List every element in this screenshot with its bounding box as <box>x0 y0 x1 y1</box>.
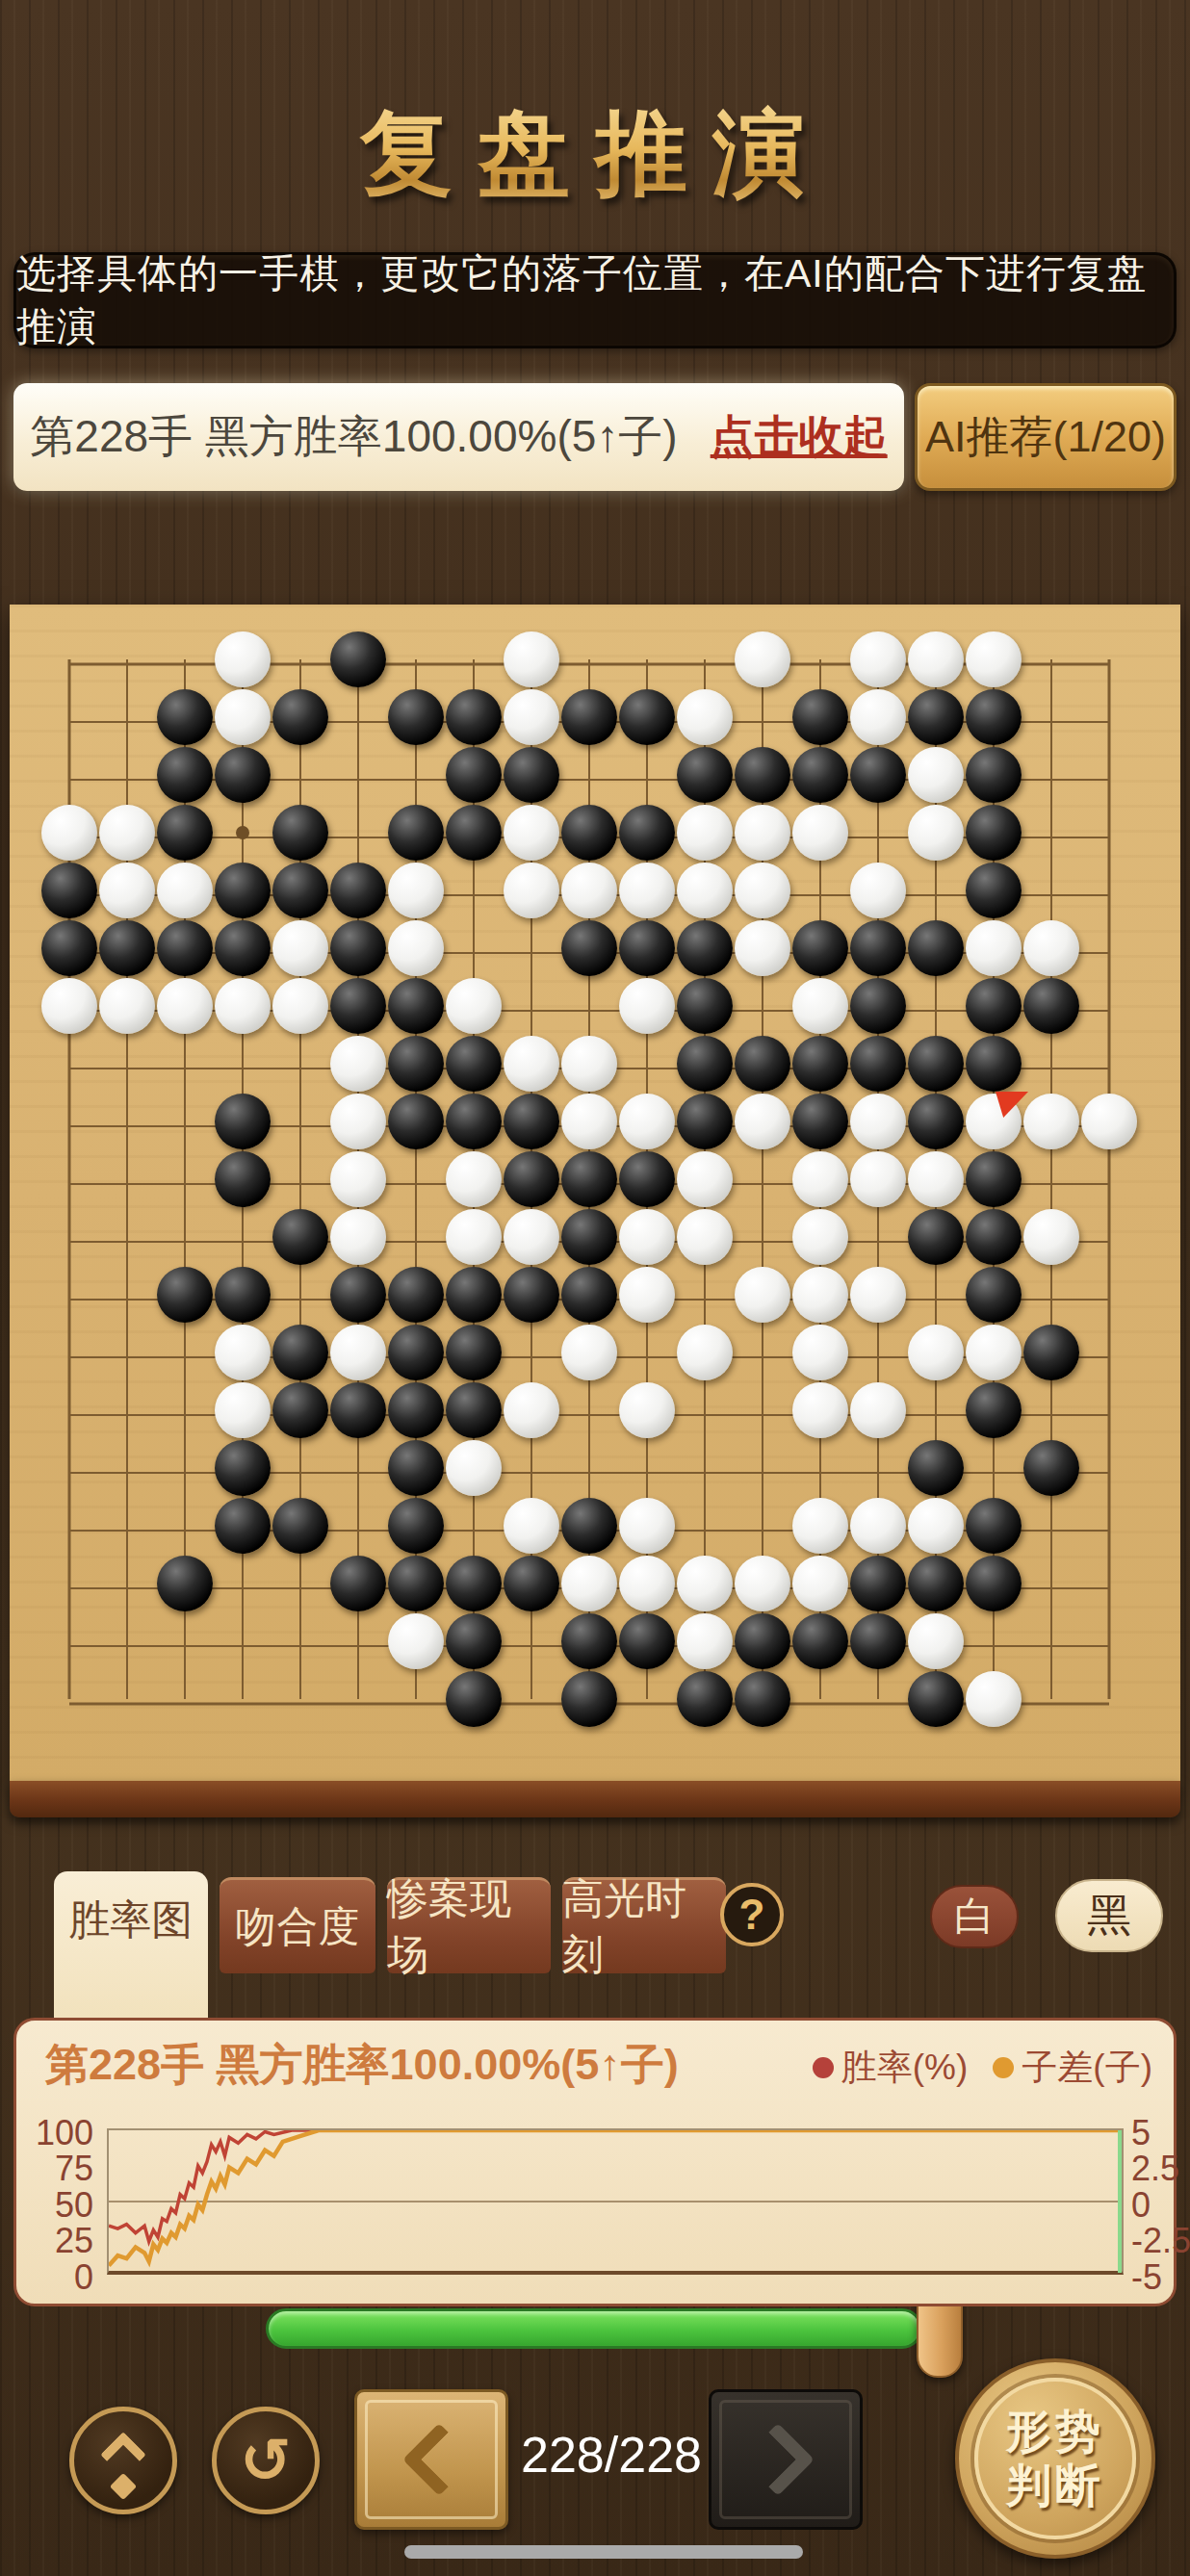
stone-black[interactable] <box>504 1151 559 1207</box>
stone-black[interactable] <box>272 1498 328 1554</box>
stone-black[interactable] <box>330 863 386 918</box>
tab-disaster-scene[interactable]: 惨案现场 <box>387 1877 551 1973</box>
stone-white[interactable] <box>966 1671 1022 1727</box>
stone-black[interactable] <box>561 920 617 976</box>
stone-white[interactable] <box>735 863 790 918</box>
stone-black[interactable] <box>330 1267 386 1323</box>
stone-black[interactable] <box>157 1556 213 1611</box>
situation-judge-button[interactable]: 形势 判断 <box>955 2358 1155 2559</box>
stone-black[interactable] <box>561 1613 617 1669</box>
stone-white[interactable] <box>792 978 848 1034</box>
black-side-button[interactable]: 黑 <box>1055 1879 1163 1952</box>
stone-white[interactable] <box>446 978 502 1034</box>
stone-white[interactable] <box>446 1209 502 1265</box>
stone-white[interactable] <box>561 1094 617 1149</box>
stone-black[interactable] <box>908 689 964 745</box>
restart-button[interactable]: ↺ <box>212 2407 320 2514</box>
stone-white[interactable] <box>1023 1209 1079 1265</box>
stone-white[interactable] <box>388 920 444 976</box>
stone-black[interactable] <box>446 1325 502 1380</box>
stone-white[interactable] <box>619 978 675 1034</box>
stone-black[interactable] <box>388 978 444 1034</box>
stone-white[interactable] <box>908 1325 964 1380</box>
stone-white[interactable] <box>677 863 733 918</box>
stone-black[interactable] <box>330 978 386 1034</box>
stone-white[interactable] <box>157 863 213 918</box>
series-winrate <box>109 2130 1122 2241</box>
stone-white[interactable] <box>99 863 155 918</box>
stone-black[interactable] <box>850 978 906 1034</box>
stone-white[interactable] <box>735 805 790 861</box>
stone-black[interactable] <box>446 1036 502 1092</box>
stone-black[interactable] <box>388 1267 444 1323</box>
stone-white[interactable] <box>735 1556 790 1611</box>
stone-white[interactable] <box>215 631 271 687</box>
stone-black[interactable] <box>330 1556 386 1611</box>
status-box: 第228手 黑方胜率100.00%(5↑子) 点击收起 <box>13 383 904 491</box>
stone-black[interactable] <box>677 978 733 1034</box>
stone-white[interactable] <box>619 863 675 918</box>
stone-white[interactable] <box>504 689 559 745</box>
stone-white[interactable] <box>792 1325 848 1380</box>
stone-white[interactable] <box>619 1556 675 1611</box>
stone-black[interactable] <box>215 1267 271 1323</box>
stone-white[interactable] <box>504 1209 559 1265</box>
stone-white[interactable] <box>157 978 213 1034</box>
stone-black[interactable] <box>850 1036 906 1092</box>
stone-black[interactable] <box>446 747 502 803</box>
instruction-text: 选择具体的一手棋，更改它的落子位置，在AI的配合下进行复盘推演 <box>16 247 1174 353</box>
status-row: 第228手 黑方胜率100.00%(5↑子) 点击收起 AI推荐(1/20) <box>13 383 1177 491</box>
stone-white[interactable] <box>792 1267 848 1323</box>
stone-black[interactable] <box>735 1671 790 1727</box>
stone-white[interactable] <box>677 805 733 861</box>
stone-black[interactable] <box>272 1382 328 1438</box>
stone-black[interactable] <box>272 1325 328 1380</box>
stone-white[interactable] <box>850 1382 906 1438</box>
stone-black[interactable] <box>446 1382 502 1438</box>
stone-black[interactable] <box>388 1382 444 1438</box>
stone-white[interactable] <box>677 689 733 745</box>
winrate-plot[interactable] <box>107 2128 1124 2275</box>
stone-black[interactable] <box>504 1556 559 1611</box>
stone-black[interactable] <box>1023 978 1079 1034</box>
stone-black[interactable] <box>908 920 964 976</box>
stone-white[interactable] <box>850 863 906 918</box>
stone-black[interactable] <box>330 1382 386 1438</box>
stone-black[interactable] <box>908 1671 964 1727</box>
stone-black[interactable] <box>446 689 502 745</box>
stone-white[interactable] <box>561 1036 617 1092</box>
home-indicator[interactable] <box>404 2545 803 2559</box>
stone-white[interactable] <box>272 978 328 1034</box>
stone-black[interactable] <box>388 1094 444 1149</box>
stone-white[interactable] <box>1023 920 1079 976</box>
prev-move-button[interactable] <box>354 2389 508 2530</box>
stone-white[interactable] <box>504 1036 559 1092</box>
stone-black[interactable] <box>966 1556 1022 1611</box>
stone-black[interactable] <box>215 747 271 803</box>
chart-canvas <box>109 2130 1122 2273</box>
stone-white[interactable] <box>850 631 906 687</box>
stone-black[interactable] <box>1023 1440 1079 1496</box>
move-slider-track[interactable] <box>266 2308 922 2349</box>
stone-black[interactable] <box>677 1036 733 1092</box>
stone-black[interactable] <box>619 1613 675 1669</box>
stone-white[interactable] <box>504 1498 559 1554</box>
stone-white[interactable] <box>735 1267 790 1323</box>
stone-black[interactable] <box>561 1267 617 1323</box>
stone-black[interactable] <box>272 863 328 918</box>
stone-black[interactable] <box>157 920 213 976</box>
stone-black[interactable] <box>677 747 733 803</box>
scorediff-dot-icon <box>993 2057 1014 2078</box>
stone-white[interactable] <box>792 1382 848 1438</box>
help-icon[interactable]: ? <box>720 1883 784 1946</box>
stone-black[interactable] <box>619 1151 675 1207</box>
collapse-link[interactable]: 点击收起 <box>711 407 888 467</box>
stone-black[interactable] <box>850 1556 906 1611</box>
stone-black[interactable] <box>272 805 328 861</box>
stone-white[interactable] <box>966 920 1022 976</box>
stone-white[interactable] <box>41 805 97 861</box>
stone-black[interactable] <box>966 978 1022 1034</box>
stone-black[interactable] <box>388 1556 444 1611</box>
stone-black[interactable] <box>850 920 906 976</box>
stone-black[interactable] <box>561 1209 617 1265</box>
stone-white[interactable] <box>677 1209 733 1265</box>
stone-white[interactable] <box>966 631 1022 687</box>
stone-white[interactable] <box>850 1151 906 1207</box>
stone-black[interactable] <box>388 805 444 861</box>
stone-black[interactable] <box>504 1267 559 1323</box>
stone-black[interactable] <box>735 747 790 803</box>
goban-front-edge <box>10 1781 1180 1817</box>
stone-black[interactable] <box>157 689 213 745</box>
ai-suggest-button[interactable]: AI推荐(1/20) <box>915 383 1177 491</box>
chart-title: 第228手 黑方胜率100.00%(5↑子) <box>45 2036 679 2094</box>
stone-white[interactable] <box>388 1613 444 1669</box>
stone-black[interactable] <box>272 689 328 745</box>
stone-white[interactable] <box>561 1325 617 1380</box>
stone-white[interactable] <box>561 1556 617 1611</box>
stone-black[interactable] <box>908 1209 964 1265</box>
stone-black[interactable] <box>561 1498 617 1554</box>
tab-match-rate[interactable]: 吻合度 <box>220 1877 375 1973</box>
legend-winrate: 胜率(%) <box>813 2044 969 2092</box>
stone-black[interactable] <box>735 1036 790 1092</box>
stone-white[interactable] <box>330 1094 386 1149</box>
stone-black[interactable] <box>619 920 675 976</box>
stone-white[interactable] <box>272 920 328 976</box>
stone-white[interactable] <box>792 1151 848 1207</box>
stone-black[interactable] <box>215 1498 271 1554</box>
stone-black[interactable] <box>388 1036 444 1092</box>
stone-white[interactable] <box>99 805 155 861</box>
stone-black[interactable] <box>446 1556 502 1611</box>
stone-white[interactable] <box>908 1151 964 1207</box>
stone-black[interactable] <box>504 747 559 803</box>
stone-black[interactable] <box>446 1671 502 1727</box>
stone-white[interactable] <box>330 1036 386 1092</box>
stone-black[interactable] <box>677 1671 733 1727</box>
stone-black[interactable] <box>792 689 848 745</box>
stone-black[interactable] <box>966 805 1022 861</box>
tab-highlight-moment[interactable]: 高光时刻 <box>562 1877 726 1973</box>
goban[interactable] <box>10 605 1180 1781</box>
stone-black[interactable] <box>966 1498 1022 1554</box>
stone-black[interactable] <box>966 1382 1022 1438</box>
winrate-dot-icon <box>813 2057 834 2078</box>
stone-white[interactable] <box>619 1382 675 1438</box>
stone-black[interactable] <box>561 689 617 745</box>
stone-white[interactable] <box>1081 1094 1137 1149</box>
stone-white[interactable] <box>561 863 617 918</box>
stone-black[interactable] <box>792 920 848 976</box>
stone-white[interactable] <box>99 978 155 1034</box>
stone-black[interactable] <box>388 1440 444 1496</box>
stone-white[interactable] <box>1023 1094 1079 1149</box>
stone-black[interactable] <box>792 747 848 803</box>
stone-white[interactable] <box>330 1151 386 1207</box>
stone-black[interactable] <box>504 1094 559 1149</box>
winrate-panel: 第228手 黑方胜率100.00%(5↑子) 胜率(%) 子差(子) 10075… <box>13 2018 1177 2306</box>
stone-black[interactable] <box>850 1613 906 1669</box>
stone-white[interactable] <box>330 1325 386 1380</box>
stone-black[interactable] <box>330 631 386 687</box>
stone-black[interactable] <box>908 1094 964 1149</box>
stone-white[interactable] <box>850 1267 906 1323</box>
stone-white[interactable] <box>735 631 790 687</box>
stone-white[interactable] <box>850 1094 906 1149</box>
stone-white[interactable] <box>908 805 964 861</box>
stone-white[interactable] <box>446 1440 502 1496</box>
stone-white[interactable] <box>619 1209 675 1265</box>
stone-white[interactable] <box>41 978 97 1034</box>
jump-to-start-button[interactable] <box>69 2407 177 2514</box>
stone-black[interactable] <box>966 1151 1022 1207</box>
stone-white[interactable] <box>215 1325 271 1380</box>
stone-black[interactable] <box>272 1209 328 1265</box>
stone-white[interactable] <box>908 631 964 687</box>
stone-white[interactable] <box>677 1151 733 1207</box>
stone-black[interactable] <box>735 1613 790 1669</box>
stone-white[interactable] <box>792 1556 848 1611</box>
stone-black[interactable] <box>677 1094 733 1149</box>
diamond-icon <box>110 2473 137 2500</box>
stone-black[interactable] <box>619 805 675 861</box>
stone-white[interactable] <box>215 689 271 745</box>
stone-black[interactable] <box>388 1498 444 1554</box>
situation-line1: 形势 <box>1006 2405 1104 2459</box>
stone-white[interactable] <box>792 1209 848 1265</box>
stone-black[interactable] <box>215 1094 271 1149</box>
stone-black[interactable] <box>561 805 617 861</box>
stone-black[interactable] <box>677 920 733 976</box>
star-point <box>236 826 249 839</box>
stone-black[interactable] <box>157 1267 213 1323</box>
stone-black[interactable] <box>792 1094 848 1149</box>
situation-judge-ring: 形势 判断 <box>974 2378 1136 2539</box>
app-root: 复盘推演 选择具体的一手棋，更改它的落子位置，在AI的配合下进行复盘推演 第22… <box>0 0 1190 2576</box>
stone-white[interactable] <box>908 1613 964 1669</box>
stone-white[interactable] <box>330 1209 386 1265</box>
stone-black[interactable] <box>446 805 502 861</box>
stone-white[interactable] <box>792 1498 848 1554</box>
stone-black[interactable] <box>908 1440 964 1496</box>
stone-white[interactable] <box>619 1267 675 1323</box>
stone-white[interactable] <box>619 1094 675 1149</box>
stone-white[interactable] <box>215 1382 271 1438</box>
stone-white[interactable] <box>504 805 559 861</box>
stone-black[interactable] <box>561 1151 617 1207</box>
stone-black[interactable] <box>792 1613 848 1669</box>
stone-black[interactable] <box>99 920 155 976</box>
stone-black[interactable] <box>792 1036 848 1092</box>
move-counter: 228/228 <box>520 2426 703 2484</box>
stone-black[interactable] <box>215 920 271 976</box>
stone-black[interactable] <box>157 805 213 861</box>
stone-black[interactable] <box>966 689 1022 745</box>
stone-black[interactable] <box>215 1440 271 1496</box>
stone-white[interactable] <box>735 1094 790 1149</box>
stone-black[interactable] <box>619 689 675 745</box>
stone-black[interactable] <box>41 920 97 976</box>
stone-white[interactable] <box>446 1151 502 1207</box>
stone-black[interactable] <box>388 1325 444 1380</box>
stone-black[interactable] <box>908 1556 964 1611</box>
stone-white[interactable] <box>677 1325 733 1380</box>
stone-white[interactable] <box>619 1498 675 1554</box>
stone-black[interactable] <box>330 920 386 976</box>
next-move-button[interactable] <box>709 2389 863 2530</box>
stone-black[interactable] <box>850 747 906 803</box>
chart-legend: 胜率(%) 子差(子) <box>813 2044 1152 2092</box>
stone-white[interactable] <box>792 805 848 861</box>
stone-black[interactable] <box>908 1036 964 1092</box>
tab-winrate-chart[interactable]: 胜率图 <box>54 1871 208 2018</box>
stone-white[interactable] <box>850 1498 906 1554</box>
stone-black[interactable] <box>561 1671 617 1727</box>
undo-icon: ↺ <box>240 2430 292 2491</box>
stone-black[interactable] <box>41 863 97 918</box>
stone-black[interactable] <box>966 1267 1022 1323</box>
stone-black[interactable] <box>966 1036 1022 1092</box>
stone-black[interactable] <box>215 1151 271 1207</box>
page-title: 复盘推演 <box>0 92 1190 218</box>
chevron-up-icon <box>100 2432 146 2478</box>
stone-black[interactable] <box>966 747 1022 803</box>
stone-white[interactable] <box>504 863 559 918</box>
stone-white[interactable] <box>504 631 559 687</box>
stone-black[interactable] <box>1023 1325 1079 1380</box>
stone-white[interactable] <box>966 1325 1022 1380</box>
move-winrate-label: 第228手 黑方胜率100.00%(5↑子) <box>30 407 677 467</box>
stone-white[interactable] <box>388 863 444 918</box>
stone-white[interactable] <box>677 1613 733 1669</box>
legend-scorediff: 子差(子) <box>993 2044 1152 2092</box>
stone-black[interactable] <box>446 1267 502 1323</box>
stone-black[interactable] <box>388 689 444 745</box>
stone-white[interactable] <box>735 920 790 976</box>
stone-black[interactable] <box>966 1209 1022 1265</box>
stone-white[interactable] <box>908 1498 964 1554</box>
stone-black[interactable] <box>446 1613 502 1669</box>
stone-black[interactable] <box>215 863 271 918</box>
instruction-banner: 选择具体的一手棋，更改它的落子位置，在AI的配合下进行复盘推演 <box>13 252 1177 348</box>
stone-black[interactable] <box>157 747 213 803</box>
stone-white[interactable] <box>215 978 271 1034</box>
stone-white[interactable] <box>677 1556 733 1611</box>
stone-black[interactable] <box>446 1094 502 1149</box>
series-scorediff <box>109 2130 1122 2266</box>
stone-black[interactable] <box>966 863 1022 918</box>
stone-white[interactable] <box>850 689 906 745</box>
situation-line2: 判断 <box>1006 2459 1104 2512</box>
stone-white[interactable] <box>908 747 964 803</box>
stone-white[interactable] <box>504 1382 559 1438</box>
white-side-button[interactable]: 白 <box>930 1885 1019 1948</box>
